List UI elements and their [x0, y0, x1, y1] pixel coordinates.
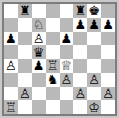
square-b2[interactable]: ♙: [18, 87, 32, 101]
square-a8[interactable]: [4, 4, 18, 18]
square-c1[interactable]: [32, 100, 46, 114]
black-pawn: ♟: [5, 32, 17, 45]
square-f1[interactable]: [73, 100, 87, 114]
square-g6[interactable]: [87, 32, 101, 46]
white-knight: ♘: [33, 18, 45, 31]
square-b6[interactable]: [18, 32, 32, 46]
square-e5[interactable]: [60, 45, 74, 59]
white-queen: ♕: [61, 59, 73, 72]
black-pawn: ♟: [74, 18, 86, 31]
square-h6[interactable]: [101, 32, 115, 46]
square-b5[interactable]: [18, 45, 32, 59]
black-queen: ♛: [33, 45, 45, 58]
square-g3[interactable]: ♙: [87, 73, 101, 87]
square-a6[interactable]: ♟: [4, 32, 18, 46]
white-pawn: ♙: [19, 87, 31, 100]
white-rook: ♖: [5, 100, 17, 113]
square-b3[interactable]: [18, 73, 32, 87]
square-d3[interactable]: ♞: [46, 73, 60, 87]
square-e4[interactable]: ♕: [60, 59, 74, 73]
white-rook: ♖: [47, 59, 59, 72]
square-a1[interactable]: ♖: [4, 100, 18, 114]
square-b7[interactable]: [18, 18, 32, 32]
square-a3[interactable]: [4, 73, 18, 87]
square-f6[interactable]: [73, 32, 87, 46]
square-a7[interactable]: [4, 18, 18, 32]
square-d5[interactable]: [46, 45, 60, 59]
square-c8[interactable]: [32, 4, 46, 18]
square-g5[interactable]: [87, 45, 101, 59]
square-g8[interactable]: ♚: [87, 4, 101, 18]
white-pawn: ♙: [33, 32, 45, 45]
square-c6[interactable]: ♙: [32, 32, 46, 46]
square-h1[interactable]: [101, 100, 115, 114]
square-d4[interactable]: ♖: [46, 59, 60, 73]
white-pawn: ♙: [61, 73, 73, 86]
white-king: ♔: [88, 100, 100, 113]
square-c3[interactable]: [32, 73, 46, 87]
black-rook: ♜: [19, 4, 31, 17]
black-pawn: ♟: [33, 59, 45, 72]
board-grid: ♜♜♚♘♟♟♟♟♙♟♛♙♟♖♕♞♙♙♙♙♙♖♔: [4, 4, 115, 114]
square-e6[interactable]: ♟: [60, 32, 74, 46]
square-a2[interactable]: [4, 87, 18, 101]
square-c7[interactable]: ♘: [32, 18, 46, 32]
square-e1[interactable]: [60, 100, 74, 114]
square-f8[interactable]: ♜: [73, 4, 87, 18]
square-e8[interactable]: [60, 4, 74, 18]
square-h2[interactable]: ♙: [101, 87, 115, 101]
square-g7[interactable]: ♟: [87, 18, 101, 32]
square-h7[interactable]: ♟: [101, 18, 115, 32]
square-d2[interactable]: [46, 87, 60, 101]
square-f2[interactable]: ♙: [73, 87, 87, 101]
square-d7[interactable]: [46, 18, 60, 32]
square-e3[interactable]: ♙: [60, 73, 74, 87]
square-g2[interactable]: [87, 87, 101, 101]
black-pawn: ♟: [61, 32, 73, 45]
square-b1[interactable]: [18, 100, 32, 114]
white-pawn: ♙: [102, 87, 114, 100]
square-a4[interactable]: ♙: [4, 59, 18, 73]
square-a5[interactable]: [4, 45, 18, 59]
square-e2[interactable]: [60, 87, 74, 101]
white-pawn: ♙: [5, 59, 17, 72]
square-h4[interactable]: [101, 59, 115, 73]
black-pawn: ♟: [88, 18, 100, 31]
square-d8[interactable]: [46, 4, 60, 18]
square-f3[interactable]: [73, 73, 87, 87]
black-pawn: ♟: [102, 18, 114, 31]
square-c2[interactable]: [32, 87, 46, 101]
square-h5[interactable]: [101, 45, 115, 59]
square-h3[interactable]: [101, 73, 115, 87]
square-b4[interactable]: [18, 59, 32, 73]
square-h8[interactable]: [101, 4, 115, 18]
square-e7[interactable]: [60, 18, 74, 32]
black-rook: ♜: [74, 4, 86, 17]
chess-board: ♜♜♚♘♟♟♟♟♙♟♛♙♟♖♕♞♙♙♙♙♙♖♔: [2, 2, 117, 116]
square-d1[interactable]: [46, 100, 60, 114]
square-f4[interactable]: [73, 59, 87, 73]
square-c4[interactable]: ♟: [32, 59, 46, 73]
white-pawn: ♙: [74, 87, 86, 100]
square-d6[interactable]: [46, 32, 60, 46]
black-king: ♚: [88, 4, 100, 17]
black-knight: ♞: [47, 73, 59, 86]
square-f5[interactable]: [73, 45, 87, 59]
square-c5[interactable]: ♛: [32, 45, 46, 59]
white-pawn: ♙: [88, 73, 100, 86]
square-b8[interactable]: ♜: [18, 4, 32, 18]
square-g4[interactable]: [87, 59, 101, 73]
square-f7[interactable]: ♟: [73, 18, 87, 32]
square-g1[interactable]: ♔: [87, 100, 101, 114]
